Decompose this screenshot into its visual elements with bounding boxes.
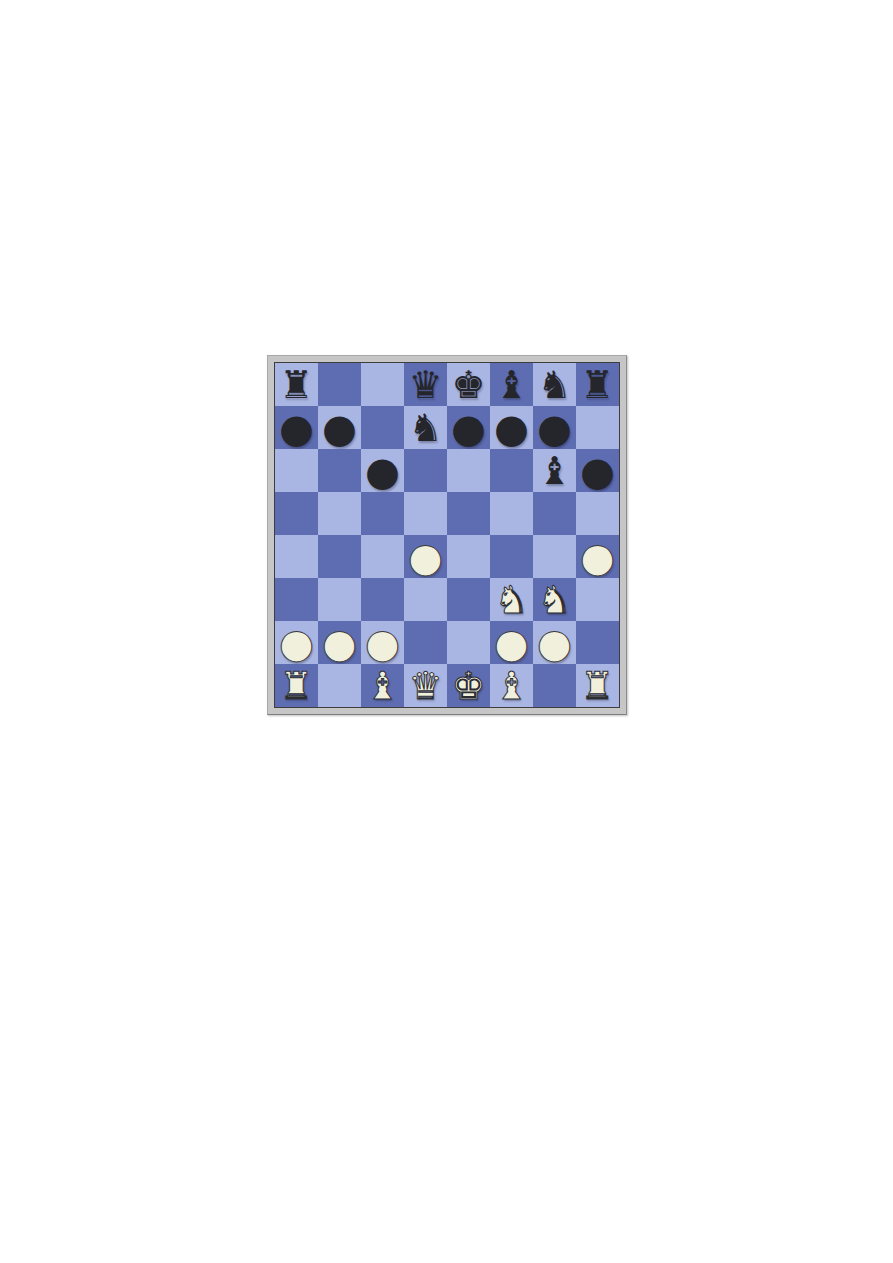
square-a6[interactable] bbox=[275, 449, 318, 492]
square-d6[interactable] bbox=[404, 449, 447, 492]
square-f4[interactable] bbox=[490, 535, 533, 578]
piece-white-pawn[interactable]: ● bbox=[408, 537, 443, 577]
piece-black-rook[interactable]: ♜ bbox=[279, 366, 313, 404]
square-c7[interactable] bbox=[361, 406, 404, 449]
piece-black-king[interactable]: ♚ bbox=[451, 366, 485, 404]
square-a1[interactable]: ♜ bbox=[275, 664, 318, 707]
page: ♜♛♚♝♞♜●●♞●●●●♝●●●♞♞●●●●●♜♝♛♚♝♜ bbox=[0, 0, 893, 1263]
square-a5[interactable] bbox=[275, 492, 318, 535]
square-d7[interactable]: ♞ bbox=[404, 406, 447, 449]
square-e3[interactable] bbox=[447, 578, 490, 621]
piece-white-pawn[interactable]: ● bbox=[279, 623, 314, 663]
piece-black-pawn[interactable]: ● bbox=[494, 408, 529, 448]
square-h8[interactable]: ♜ bbox=[576, 363, 619, 406]
square-e6[interactable] bbox=[447, 449, 490, 492]
square-g2[interactable]: ● bbox=[533, 621, 576, 664]
piece-white-pawn[interactable]: ● bbox=[494, 623, 529, 663]
square-b6[interactable] bbox=[318, 449, 361, 492]
piece-black-pawn[interactable]: ● bbox=[322, 408, 357, 448]
square-h7[interactable] bbox=[576, 406, 619, 449]
square-b3[interactable] bbox=[318, 578, 361, 621]
square-e4[interactable] bbox=[447, 535, 490, 578]
square-b5[interactable] bbox=[318, 492, 361, 535]
piece-white-queen[interactable]: ♛ bbox=[408, 667, 442, 705]
square-a4[interactable] bbox=[275, 535, 318, 578]
square-d2[interactable] bbox=[404, 621, 447, 664]
piece-white-rook[interactable]: ♜ bbox=[279, 667, 313, 705]
square-e1[interactable]: ♚ bbox=[447, 664, 490, 707]
square-b1[interactable] bbox=[318, 664, 361, 707]
square-h2[interactable] bbox=[576, 621, 619, 664]
square-e7[interactable]: ● bbox=[447, 406, 490, 449]
piece-white-rook[interactable]: ♜ bbox=[580, 667, 614, 705]
piece-white-pawn[interactable]: ● bbox=[537, 623, 572, 663]
piece-white-king[interactable]: ♚ bbox=[451, 667, 485, 705]
piece-black-knight[interactable]: ♞ bbox=[537, 366, 571, 404]
square-d5[interactable] bbox=[404, 492, 447, 535]
square-e5[interactable] bbox=[447, 492, 490, 535]
square-c8[interactable] bbox=[361, 363, 404, 406]
square-c4[interactable] bbox=[361, 535, 404, 578]
square-g6[interactable]: ♝ bbox=[533, 449, 576, 492]
square-b8[interactable] bbox=[318, 363, 361, 406]
square-b7[interactable]: ● bbox=[318, 406, 361, 449]
square-b2[interactable]: ● bbox=[318, 621, 361, 664]
piece-white-pawn[interactable]: ● bbox=[322, 623, 357, 663]
square-a2[interactable]: ● bbox=[275, 621, 318, 664]
piece-white-bishop[interactable]: ♝ bbox=[494, 667, 528, 705]
piece-black-pawn[interactable]: ● bbox=[580, 451, 615, 491]
square-d3[interactable] bbox=[404, 578, 447, 621]
square-e2[interactable] bbox=[447, 621, 490, 664]
square-f5[interactable] bbox=[490, 492, 533, 535]
square-h1[interactable]: ♜ bbox=[576, 664, 619, 707]
square-h5[interactable] bbox=[576, 492, 619, 535]
square-c2[interactable]: ● bbox=[361, 621, 404, 664]
square-g4[interactable] bbox=[533, 535, 576, 578]
square-c1[interactable]: ♝ bbox=[361, 664, 404, 707]
square-a7[interactable]: ● bbox=[275, 406, 318, 449]
square-b4[interactable] bbox=[318, 535, 361, 578]
square-c5[interactable] bbox=[361, 492, 404, 535]
piece-white-bishop[interactable]: ♝ bbox=[365, 667, 399, 705]
chess-board: ♜♛♚♝♞♜●●♞●●●●♝●●●♞♞●●●●●♜♝♛♚♝♜ bbox=[274, 362, 620, 708]
square-g8[interactable]: ♞ bbox=[533, 363, 576, 406]
square-g7[interactable]: ● bbox=[533, 406, 576, 449]
square-d1[interactable]: ♛ bbox=[404, 664, 447, 707]
piece-black-pawn[interactable]: ● bbox=[537, 408, 572, 448]
square-g3[interactable]: ♞ bbox=[533, 578, 576, 621]
square-a3[interactable] bbox=[275, 578, 318, 621]
square-d8[interactable]: ♛ bbox=[404, 363, 447, 406]
piece-black-bishop[interactable]: ♝ bbox=[494, 366, 528, 404]
square-d4[interactable]: ● bbox=[404, 535, 447, 578]
square-f2[interactable]: ● bbox=[490, 621, 533, 664]
piece-black-pawn[interactable]: ● bbox=[279, 408, 314, 448]
square-f7[interactable]: ● bbox=[490, 406, 533, 449]
chess-board-frame: ♜♛♚♝♞♜●●♞●●●●♝●●●♞♞●●●●●♜♝♛♚♝♜ bbox=[267, 355, 627, 715]
piece-white-pawn[interactable]: ● bbox=[580, 537, 615, 577]
piece-black-pawn[interactable]: ● bbox=[365, 451, 400, 491]
square-c3[interactable] bbox=[361, 578, 404, 621]
piece-black-queen[interactable]: ♛ bbox=[408, 366, 442, 404]
square-h6[interactable]: ● bbox=[576, 449, 619, 492]
square-f1[interactable]: ♝ bbox=[490, 664, 533, 707]
square-f8[interactable]: ♝ bbox=[490, 363, 533, 406]
square-f6[interactable] bbox=[490, 449, 533, 492]
piece-black-rook[interactable]: ♜ bbox=[580, 366, 614, 404]
square-g5[interactable] bbox=[533, 492, 576, 535]
piece-white-knight[interactable]: ♞ bbox=[537, 581, 571, 619]
piece-black-knight[interactable]: ♞ bbox=[408, 409, 442, 447]
square-a8[interactable]: ♜ bbox=[275, 363, 318, 406]
square-e8[interactable]: ♚ bbox=[447, 363, 490, 406]
square-h4[interactable]: ● bbox=[576, 535, 619, 578]
piece-black-pawn[interactable]: ● bbox=[451, 408, 486, 448]
square-c6[interactable]: ● bbox=[361, 449, 404, 492]
piece-white-knight[interactable]: ♞ bbox=[494, 581, 528, 619]
square-g1[interactable] bbox=[533, 664, 576, 707]
piece-white-pawn[interactable]: ● bbox=[365, 623, 400, 663]
square-f3[interactable]: ♞ bbox=[490, 578, 533, 621]
square-h3[interactable] bbox=[576, 578, 619, 621]
piece-black-bishop[interactable]: ♝ bbox=[537, 452, 571, 490]
